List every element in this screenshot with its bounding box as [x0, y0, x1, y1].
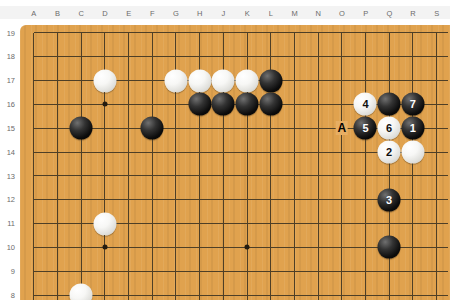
board-point[interactable] — [235, 21, 259, 45]
board-point[interactable] — [117, 116, 141, 140]
board-point[interactable] — [93, 259, 117, 283]
column-label: N — [306, 10, 330, 18]
column-label: R — [401, 10, 425, 18]
board-point[interactable] — [93, 69, 117, 93]
row-label: 9 — [0, 268, 15, 276]
board-point[interactable] — [283, 92, 307, 116]
black-stone — [236, 93, 259, 116]
board-point[interactable] — [69, 21, 93, 45]
board-point[interactable] — [306, 235, 330, 259]
board-point[interactable] — [212, 283, 236, 300]
board-point[interactable] — [140, 212, 164, 236]
board-point[interactable] — [22, 140, 46, 164]
board-point[interactable] — [283, 164, 307, 188]
point-label-A: A — [335, 121, 348, 135]
row-label: 12 — [0, 196, 15, 204]
board-point[interactable] — [140, 188, 164, 212]
board-point[interactable]: 1 — [401, 116, 425, 140]
board-point[interactable] — [330, 212, 354, 236]
row-label: 16 — [0, 101, 15, 109]
board-point[interactable] — [22, 235, 46, 259]
board-point[interactable] — [117, 259, 141, 283]
board-point[interactable] — [354, 69, 378, 93]
board-point[interactable] — [259, 69, 283, 93]
board-point[interactable] — [22, 116, 46, 140]
black-stone — [259, 69, 282, 92]
board-point[interactable] — [377, 45, 401, 69]
board-point[interactable] — [164, 188, 188, 212]
board-point[interactable] — [117, 45, 141, 69]
row-label: 11 — [0, 220, 15, 228]
board-point[interactable] — [117, 140, 141, 164]
board-point[interactable] — [164, 164, 188, 188]
board-point[interactable] — [401, 235, 425, 259]
board-point[interactable] — [164, 283, 188, 300]
board-point[interactable] — [330, 92, 354, 116]
board-point[interactable] — [377, 92, 401, 116]
board-point[interactable] — [117, 235, 141, 259]
board-point[interactable] — [354, 283, 378, 300]
board-point[interactable] — [22, 69, 46, 93]
board-point[interactable] — [330, 259, 354, 283]
black-stone: 7 — [401, 93, 424, 116]
board-point[interactable] — [188, 188, 212, 212]
board-point[interactable] — [93, 92, 117, 116]
board-point[interactable] — [259, 283, 283, 300]
go-board[interactable]: 47A56123 — [22, 21, 448, 300]
column-label: A — [22, 10, 46, 18]
board-point[interactable] — [377, 212, 401, 236]
column-label: M — [283, 10, 307, 18]
board-point[interactable] — [212, 45, 236, 69]
board-point[interactable] — [117, 188, 141, 212]
column-label: P — [354, 10, 378, 18]
board-point[interactable] — [164, 21, 188, 45]
board-point[interactable] — [164, 235, 188, 259]
board-point[interactable] — [425, 21, 449, 45]
column-label: O — [330, 10, 354, 18]
board-point[interactable] — [330, 164, 354, 188]
board-point[interactable] — [283, 69, 307, 93]
board-point[interactable] — [212, 188, 236, 212]
board-point[interactable] — [306, 92, 330, 116]
board-point[interactable] — [306, 140, 330, 164]
board-point[interactable] — [354, 259, 378, 283]
board-point[interactable] — [354, 140, 378, 164]
board-point[interactable] — [46, 283, 70, 300]
board-point[interactable] — [306, 212, 330, 236]
board-point[interactable] — [93, 116, 117, 140]
board-point[interactable] — [354, 212, 378, 236]
board-point[interactable] — [22, 164, 46, 188]
board-point[interactable] — [235, 283, 259, 300]
board-point[interactable]: 3 — [377, 188, 401, 212]
board-point[interactable] — [46, 45, 70, 69]
column-label: C — [69, 10, 93, 18]
column-label: L — [259, 10, 283, 18]
board-point[interactable] — [259, 235, 283, 259]
board-point[interactable] — [69, 235, 93, 259]
column-label: G — [164, 10, 188, 18]
board-point[interactable] — [401, 45, 425, 69]
board-point[interactable] — [283, 21, 307, 45]
row-label: 15 — [0, 125, 15, 133]
board-point[interactable] — [354, 188, 378, 212]
board-point[interactable] — [425, 116, 449, 140]
board-point[interactable] — [93, 140, 117, 164]
board-point[interactable] — [401, 212, 425, 236]
board-point[interactable] — [401, 140, 425, 164]
board-point[interactable] — [140, 164, 164, 188]
board-point[interactable] — [330, 188, 354, 212]
board-point[interactable] — [212, 92, 236, 116]
row-label: 17 — [0, 77, 15, 85]
board-point[interactable] — [117, 92, 141, 116]
board-point[interactable] — [164, 116, 188, 140]
white-stone — [70, 284, 93, 300]
board-point[interactable] — [283, 235, 307, 259]
board-point[interactable] — [69, 188, 93, 212]
row-label: 18 — [0, 53, 15, 61]
board-point[interactable]: 4 — [354, 92, 378, 116]
row-label: 8 — [0, 292, 15, 300]
board-point[interactable]: A — [330, 116, 354, 140]
board-point[interactable] — [283, 45, 307, 69]
board-point[interactable] — [69, 164, 93, 188]
board-point[interactable] — [235, 116, 259, 140]
board-point[interactable] — [212, 69, 236, 93]
board-point[interactable] — [425, 92, 449, 116]
board-point[interactable] — [46, 259, 70, 283]
white-stone — [401, 141, 424, 164]
board-point[interactable] — [235, 259, 259, 283]
board-point[interactable] — [46, 92, 70, 116]
black-stone — [212, 93, 235, 116]
board-point[interactable] — [117, 164, 141, 188]
board-point[interactable] — [377, 259, 401, 283]
board-point[interactable] — [354, 21, 378, 45]
move-number: 1 — [410, 123, 416, 134]
board-point[interactable] — [377, 21, 401, 45]
board-point[interactable] — [425, 259, 449, 283]
board-point[interactable] — [425, 164, 449, 188]
board-point[interactable] — [235, 188, 259, 212]
white-stone — [93, 212, 116, 235]
board-point[interactable] — [259, 188, 283, 212]
board-point[interactable] — [93, 283, 117, 300]
star-point — [245, 245, 250, 250]
move-number: 5 — [362, 123, 368, 134]
row-label: 19 — [0, 30, 15, 38]
white-stone — [188, 69, 211, 92]
board-point[interactable] — [93, 21, 117, 45]
board-point[interactable] — [46, 21, 70, 45]
board-point[interactable] — [377, 283, 401, 300]
board-point[interactable] — [93, 212, 117, 236]
board-point[interactable] — [306, 21, 330, 45]
board-point[interactable] — [354, 164, 378, 188]
board-point[interactable] — [140, 21, 164, 45]
board-point[interactable] — [188, 116, 212, 140]
board-point[interactable] — [377, 164, 401, 188]
board-point[interactable] — [330, 69, 354, 93]
go-diagram: 47A56123 ABCDEFGHJKLMNOPQRS1918171615141… — [0, 0, 450, 300]
board-point[interactable] — [259, 45, 283, 69]
star-point — [102, 245, 107, 250]
board-point[interactable] — [93, 45, 117, 69]
board-point[interactable] — [164, 92, 188, 116]
board-point[interactable] — [69, 140, 93, 164]
move-number: 3 — [386, 194, 392, 205]
board-point[interactable] — [22, 283, 46, 300]
board-point[interactable] — [93, 164, 117, 188]
board-point[interactable]: 7 — [401, 92, 425, 116]
board-point[interactable] — [425, 283, 449, 300]
board-point[interactable] — [22, 92, 46, 116]
board-point[interactable] — [259, 116, 283, 140]
board-point[interactable] — [188, 45, 212, 69]
board-point[interactable] — [235, 92, 259, 116]
black-stone: 5 — [354, 117, 377, 140]
column-label: D — [93, 10, 117, 18]
row-label: 14 — [0, 149, 15, 157]
board-point[interactable] — [46, 235, 70, 259]
board-point[interactable] — [46, 164, 70, 188]
board-point[interactable] — [117, 283, 141, 300]
board-point[interactable] — [140, 69, 164, 93]
board-point[interactable] — [401, 283, 425, 300]
board-point[interactable] — [235, 212, 259, 236]
black-stone — [188, 93, 211, 116]
board-point[interactable] — [354, 45, 378, 69]
white-stone: 2 — [378, 141, 401, 164]
board-point[interactable] — [283, 283, 307, 300]
board-point[interactable] — [306, 164, 330, 188]
white-stone — [212, 69, 235, 92]
board-point[interactable] — [259, 140, 283, 164]
board-point[interactable] — [212, 212, 236, 236]
board-point[interactable] — [69, 69, 93, 93]
board-point[interactable] — [140, 116, 164, 140]
board-point[interactable] — [188, 92, 212, 116]
board-point[interactable] — [69, 212, 93, 236]
board-point[interactable] — [188, 259, 212, 283]
board-point[interactable] — [188, 21, 212, 45]
board-point[interactable] — [377, 69, 401, 93]
board-point[interactable] — [354, 235, 378, 259]
board-point[interactable] — [188, 212, 212, 236]
board-point[interactable] — [235, 45, 259, 69]
board-point[interactable] — [22, 212, 46, 236]
board-point[interactable] — [164, 69, 188, 93]
black-stone: 3 — [378, 188, 401, 211]
board-point[interactable] — [46, 188, 70, 212]
board-point[interactable] — [69, 45, 93, 69]
board-point[interactable] — [188, 235, 212, 259]
board-point[interactable] — [425, 140, 449, 164]
board-point[interactable] — [306, 116, 330, 140]
board-point[interactable] — [401, 21, 425, 45]
column-label: S — [425, 10, 449, 18]
board-point[interactable] — [306, 259, 330, 283]
board-point[interactable] — [188, 164, 212, 188]
board-point[interactable] — [69, 92, 93, 116]
board-point[interactable] — [283, 140, 307, 164]
board-point[interactable] — [93, 235, 117, 259]
board-point[interactable] — [235, 164, 259, 188]
board-point[interactable] — [140, 92, 164, 116]
board-point[interactable]: 2 — [377, 140, 401, 164]
board-point[interactable] — [46, 116, 70, 140]
board-point[interactable] — [330, 21, 354, 45]
column-label: H — [188, 10, 212, 18]
column-label: E — [117, 10, 141, 18]
column-label: J — [212, 10, 236, 18]
white-stone — [164, 69, 187, 92]
board-point[interactable] — [69, 116, 93, 140]
board-point[interactable] — [69, 283, 93, 300]
board-point[interactable] — [377, 235, 401, 259]
board-point[interactable] — [117, 69, 141, 93]
board-point[interactable] — [330, 235, 354, 259]
board-point[interactable] — [425, 235, 449, 259]
board-point[interactable] — [140, 140, 164, 164]
move-number: 2 — [386, 147, 392, 158]
board-point[interactable] — [330, 283, 354, 300]
white-stone — [93, 69, 116, 92]
board-point[interactable] — [212, 140, 236, 164]
board-point[interactable] — [212, 259, 236, 283]
black-stone: 1 — [401, 117, 424, 140]
board-point[interactable] — [212, 235, 236, 259]
board-point[interactable] — [164, 140, 188, 164]
column-label: K — [235, 10, 259, 18]
board-point[interactable] — [22, 45, 46, 69]
board-point[interactable] — [117, 21, 141, 45]
board-point[interactable] — [235, 140, 259, 164]
board-point[interactable] — [22, 188, 46, 212]
board-point[interactable] — [259, 92, 283, 116]
board-point[interactable] — [212, 164, 236, 188]
black-stone — [378, 93, 401, 116]
board-point[interactable] — [401, 188, 425, 212]
board-point[interactable] — [259, 212, 283, 236]
board-point[interactable] — [306, 45, 330, 69]
board-point[interactable] — [401, 69, 425, 93]
board-point[interactable] — [164, 259, 188, 283]
row-label: 13 — [0, 173, 15, 181]
move-number: 4 — [362, 99, 368, 110]
board-point[interactable] — [188, 69, 212, 93]
board-point[interactable] — [235, 235, 259, 259]
board-point[interactable] — [22, 21, 46, 45]
board-point[interactable] — [425, 45, 449, 69]
board-point[interactable] — [164, 45, 188, 69]
board-point[interactable] — [235, 69, 259, 93]
black-stone — [70, 117, 93, 140]
black-stone — [259, 93, 282, 116]
board-point[interactable] — [283, 259, 307, 283]
board-point[interactable] — [259, 21, 283, 45]
board-point[interactable] — [401, 164, 425, 188]
board-point[interactable] — [46, 140, 70, 164]
board-point[interactable] — [259, 164, 283, 188]
black-stone — [141, 117, 164, 140]
board-point[interactable] — [140, 45, 164, 69]
column-label: Q — [378, 10, 402, 18]
board-point[interactable] — [330, 45, 354, 69]
board-point[interactable] — [425, 69, 449, 93]
board-point[interactable] — [330, 140, 354, 164]
board-point[interactable] — [306, 69, 330, 93]
board-point[interactable]: 5 — [354, 116, 378, 140]
move-number: 7 — [410, 99, 416, 110]
board-point[interactable] — [140, 259, 164, 283]
board-point[interactable] — [259, 259, 283, 283]
row-label: 10 — [0, 244, 15, 252]
board-point[interactable] — [401, 259, 425, 283]
board-point[interactable] — [212, 116, 236, 140]
board-point[interactable] — [46, 69, 70, 93]
board-point[interactable] — [164, 212, 188, 236]
column-label: B — [46, 10, 70, 18]
board-point[interactable] — [212, 21, 236, 45]
white-stone — [236, 69, 259, 92]
column-label: F — [141, 10, 165, 18]
board-point[interactable] — [425, 188, 449, 212]
board-point[interactable] — [188, 283, 212, 300]
black-stone — [378, 236, 401, 259]
board-point[interactable] — [140, 283, 164, 300]
board-point[interactable] — [117, 212, 141, 236]
board-point[interactable] — [306, 188, 330, 212]
board-point[interactable] — [283, 188, 307, 212]
white-stone: 6 — [378, 117, 401, 140]
board-point[interactable] — [306, 283, 330, 300]
board-point[interactable] — [22, 259, 46, 283]
board-point[interactable]: 6 — [377, 116, 401, 140]
board-point[interactable] — [69, 259, 93, 283]
board-point[interactable] — [46, 212, 70, 236]
board-point[interactable] — [283, 116, 307, 140]
board-point[interactable] — [93, 188, 117, 212]
white-stone: 4 — [354, 93, 377, 116]
move-number: 6 — [386, 123, 392, 134]
board-point[interactable] — [283, 212, 307, 236]
star-point — [102, 102, 107, 107]
board-point[interactable] — [425, 212, 449, 236]
board-point[interactable] — [140, 235, 164, 259]
board-point[interactable] — [188, 140, 212, 164]
